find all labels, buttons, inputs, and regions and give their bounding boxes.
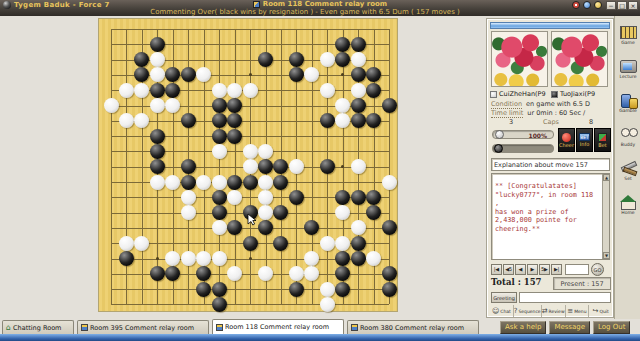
white-stone — [134, 236, 149, 251]
black-stone — [351, 67, 366, 82]
room-title: Room 118 Comment relay room — [263, 0, 387, 8]
white-stone — [119, 83, 134, 98]
white-stone — [351, 83, 366, 98]
chat-icon: ☺ — [492, 308, 499, 315]
star-point — [156, 257, 159, 260]
white-stone — [227, 190, 242, 205]
black-stone — [258, 159, 273, 174]
toolbar-gamble-button[interactable]: Gamble — [617, 88, 639, 118]
black-stone — [320, 113, 335, 128]
move-navigation: |◀ ◀5 ◀ ▶ 5▶ ▶| GO — [491, 263, 611, 275]
logout-button[interactable]: Log Out — [593, 321, 630, 334]
white-stone — [119, 236, 134, 251]
tab-room-395[interactable]: Room 395 Comment relay room — [77, 320, 209, 334]
bet-button[interactable]: Bet — [594, 128, 611, 152]
taskbar-strip — [0, 334, 640, 341]
game-info-panel: CuiZheHan(P9 TuoJiaxi(P9 Condition en ga… — [487, 19, 613, 317]
white-stone — [243, 144, 258, 159]
white-stone — [227, 83, 242, 98]
white-stone — [289, 159, 304, 174]
move-number-input[interactable] — [565, 264, 589, 275]
black-stone — [212, 282, 227, 297]
black-stone — [335, 37, 350, 52]
tab-room-380[interactable]: Room 380 Comment relay room — [347, 320, 479, 334]
black-stone — [366, 190, 381, 205]
black-stone — [150, 159, 165, 174]
star-point — [341, 165, 344, 168]
black-stone — [335, 52, 350, 67]
black-stone — [134, 67, 149, 82]
room-tab-icon — [216, 324, 223, 331]
black-stone — [351, 236, 366, 251]
present-move-box: Present : 157 — [553, 277, 611, 290]
black-stone — [212, 205, 227, 220]
black-stone — [304, 220, 319, 235]
black-stone — [382, 98, 397, 113]
grid-line — [389, 29, 390, 304]
black-stone — [366, 83, 381, 98]
white-stone — [212, 175, 227, 190]
white-stone — [243, 159, 258, 174]
black-stone — [351, 251, 366, 266]
black-stone — [289, 190, 304, 205]
white-stone — [212, 251, 227, 266]
white-stone — [366, 251, 381, 266]
prize-message: ** [Congratulatates] "lucky0777", in roo… — [495, 182, 601, 233]
white-stone — [181, 190, 196, 205]
minimize-button[interactable]: − — [606, 1, 616, 10]
black-stone — [382, 266, 397, 281]
black-stone — [273, 159, 288, 174]
jars-icon — [620, 94, 637, 107]
cheer-button[interactable]: Cheer — [558, 128, 575, 152]
menu-button[interactable]: ≡ Menu — [566, 305, 590, 317]
white-stone-icon — [490, 91, 497, 98]
black-stone — [382, 220, 397, 235]
condition-row: Condition en game with 6.5 D — [491, 100, 611, 109]
captures-black: 3 — [491, 118, 531, 127]
white-stone — [320, 52, 335, 67]
star-point — [341, 73, 344, 76]
sequence-icon: ? — [514, 308, 518, 315]
tv-icon — [620, 60, 637, 73]
bet-icon — [598, 133, 607, 142]
people-icon — [620, 128, 637, 141]
white-stone — [150, 67, 165, 82]
condition-value: en game with 6.5 D — [526, 100, 590, 108]
scroll-up-icon[interactable]: ▲ — [603, 174, 610, 181]
black-stone — [335, 266, 350, 281]
black-stone — [150, 37, 165, 52]
white-stone — [351, 52, 366, 67]
nav-back5-button[interactable]: ◀5 — [503, 264, 514, 275]
present-label: Present : — [560, 280, 589, 288]
home-tab-icon: ⌂ — [6, 324, 11, 332]
toolbar-set-button[interactable]: Set — [617, 156, 639, 186]
captures-row: 3 Caps 8 — [491, 118, 611, 127]
time-limit-row: Time limit ur 0min : 60 Sec / — [491, 109, 611, 118]
side-toolbar: Game Lecture Gamble Buddy Set Home — [614, 16, 640, 319]
black-stone — [212, 190, 227, 205]
white-stone — [258, 190, 273, 205]
black-stone — [258, 52, 273, 67]
black-stone — [258, 220, 273, 235]
tools-icon — [620, 162, 637, 175]
volume-slider-knob[interactable] — [495, 130, 504, 139]
quit-icon: ↪ — [593, 308, 599, 315]
white-stone — [212, 144, 227, 159]
white-player-name: CuiZheHan(P9 — [499, 90, 546, 98]
volume-slider[interactable]: 100% — [492, 130, 554, 139]
black-stone — [243, 175, 258, 190]
cheer-icon — [562, 133, 571, 142]
white-stone — [150, 98, 165, 113]
black-stone — [273, 236, 288, 251]
white-stone — [165, 98, 180, 113]
white-stone — [104, 98, 119, 113]
close-button[interactable]: × — [628, 1, 638, 10]
white-stone — [134, 113, 149, 128]
commentary-scrollbar[interactable]: ▲ ▼ — [602, 174, 609, 259]
black-stone — [181, 159, 196, 174]
black-stone-icon — [551, 91, 558, 98]
white-stone — [196, 251, 211, 266]
info-icon: BET — [579, 133, 590, 141]
white-stone — [335, 205, 350, 220]
black-stone — [227, 175, 242, 190]
white-stone — [212, 220, 227, 235]
nav-last-button[interactable]: ▶| — [551, 264, 562, 275]
white-stone — [258, 144, 273, 159]
black-stone — [227, 220, 242, 235]
move-count-row: Total : 157 Present : 157 — [491, 277, 611, 290]
white-stone — [150, 52, 165, 67]
black-stone — [289, 52, 304, 67]
black-stone — [165, 266, 180, 281]
black-stone — [212, 113, 227, 128]
white-stone — [119, 113, 134, 128]
message-button[interactable]: Message — [549, 321, 590, 334]
white-stone — [150, 175, 165, 190]
black-stone — [243, 236, 258, 251]
app-window: Tygem Baduk - Force 7 Room 118 Comment r… — [0, 0, 640, 341]
white-stone — [304, 67, 319, 82]
black-stone — [181, 175, 196, 190]
white-stone — [212, 83, 227, 98]
game-status-line: Commenting Over( black wins by resignati… — [0, 8, 610, 16]
black-stone — [150, 144, 165, 159]
panel-actions: ☺ Chat ? Sequence ⇄ Review ≡ Menu ↪ Quit — [490, 305, 612, 317]
tab-room-118[interactable]: Room 118 Comment relay room — [212, 319, 344, 334]
chat-button[interactable]: ☺ Chat — [490, 305, 514, 317]
black-stone — [351, 190, 366, 205]
total-value: 157 — [524, 277, 542, 287]
tab-chatting-room[interactable]: ⌂ Chatting Room — [2, 320, 74, 334]
toolbar-home-button[interactable]: Home — [617, 190, 639, 220]
white-player[interactable]: CuiZheHan(P9 — [490, 89, 551, 99]
black-stone — [320, 159, 335, 174]
black-stone — [165, 67, 180, 82]
sound-slider[interactable] — [492, 144, 554, 153]
black-stone — [181, 67, 196, 82]
nav-back-button[interactable]: ◀ — [515, 264, 526, 275]
nav-first-button[interactable]: |◀ — [491, 264, 502, 275]
greeting-input[interactable] — [519, 292, 611, 303]
black-stone — [150, 129, 165, 144]
white-stone — [196, 175, 211, 190]
white-stone — [351, 159, 366, 174]
quit-button[interactable]: ↪ Quit — [589, 305, 612, 317]
black-stone — [150, 83, 165, 98]
black-stone — [351, 98, 366, 113]
white-stone — [335, 98, 350, 113]
greeting-button[interactable]: Greeting — [491, 292, 517, 303]
black-stone — [212, 297, 227, 312]
time-limit-label: Time limit — [491, 109, 523, 118]
black-stone — [335, 282, 350, 297]
white-stone — [196, 67, 211, 82]
nav-forward5-button[interactable]: 5▶ — [539, 264, 550, 275]
black-stone — [351, 37, 366, 52]
black-stone — [382, 282, 397, 297]
black-stone — [165, 83, 180, 98]
present-value: 157 — [591, 280, 603, 288]
white-stone — [243, 83, 258, 98]
nav-forward-button[interactable]: ▶ — [527, 264, 538, 275]
commentary-box[interactable]: ** [Congratulatates] "lucky0777", in roo… — [491, 173, 610, 260]
sound-slider-knob[interactable] — [494, 144, 503, 153]
toolbar-lecture-button[interactable]: Lecture — [617, 54, 639, 84]
white-stone — [258, 266, 273, 281]
white-stone — [382, 175, 397, 190]
black-stone — [134, 52, 149, 67]
total-label: Total : — [491, 277, 521, 287]
black-stone — [227, 98, 242, 113]
go-board-icon — [620, 26, 637, 39]
star-point — [249, 73, 252, 76]
white-stone — [289, 266, 304, 281]
mouse-cursor-icon — [247, 211, 257, 230]
volume-value: 100% — [528, 132, 547, 139]
black-stone — [119, 251, 134, 266]
white-player-avatar — [491, 31, 548, 87]
info-button[interactable]: BET Info — [576, 128, 593, 152]
menu-icon: ≡ — [567, 308, 573, 315]
black-stone — [335, 251, 350, 266]
black-stone — [181, 113, 196, 128]
room-tab-icon — [81, 324, 88, 331]
toolbar-buddy-button[interactable]: Buddy — [617, 122, 639, 152]
white-stone — [304, 251, 319, 266]
go-board[interactable] — [98, 18, 398, 312]
room-tabs: ⌂ Chatting Room Room 395 Comment relay r… — [0, 319, 487, 334]
white-stone — [181, 251, 196, 266]
black-stone — [196, 282, 211, 297]
black-stone — [351, 113, 366, 128]
tray-icon-yellow[interactable] — [594, 1, 602, 9]
title-bar[interactable]: Tygem Baduk - Force 7 Room 118 Comment r… — [0, 0, 640, 16]
black-stone — [227, 129, 242, 144]
black-stone — [273, 205, 288, 220]
black-stone — [212, 98, 227, 113]
white-stone — [351, 220, 366, 235]
room-icon — [253, 1, 260, 8]
black-stone — [273, 175, 288, 190]
black-stone — [212, 129, 227, 144]
room-tab-icon — [351, 324, 358, 331]
move-explanation-box[interactable]: Explanation about move 157 — [491, 158, 610, 171]
black-stone — [335, 190, 350, 205]
white-stone — [258, 205, 273, 220]
black-player[interactable]: TuoJiaxi(P9 — [551, 89, 612, 99]
black-stone — [227, 113, 242, 128]
star-point — [249, 257, 252, 260]
panel-header-bar — [490, 22, 610, 29]
toolbar-game-button[interactable]: Game — [617, 20, 639, 50]
white-stone — [320, 83, 335, 98]
scroll-down-icon[interactable]: ▼ — [603, 252, 610, 259]
black-stone — [150, 266, 165, 281]
review-icon: ⇄ — [542, 308, 548, 315]
white-stone — [165, 175, 180, 190]
white-stone — [320, 297, 335, 312]
black-stone — [366, 205, 381, 220]
black-stone — [366, 67, 381, 82]
white-stone — [335, 236, 350, 251]
grid-line — [111, 304, 389, 305]
time-limit-value: ur 0min : 60 Sec / — [527, 109, 585, 117]
white-stone — [181, 205, 196, 220]
black-player-name: TuoJiaxi(P9 — [560, 90, 595, 98]
tray-icon-red[interactable] — [572, 1, 580, 9]
black-stone — [196, 266, 211, 281]
captures-white: 8 — [571, 118, 611, 127]
white-stone — [134, 83, 149, 98]
tray-icon-blue[interactable] — [583, 1, 591, 9]
white-stone — [165, 251, 180, 266]
white-stone — [227, 266, 242, 281]
white-stone — [304, 266, 319, 281]
go-to-move-button[interactable]: GO — [591, 263, 604, 276]
black-stone — [289, 67, 304, 82]
condition-label: Condition — [491, 100, 522, 109]
house-icon — [620, 196, 637, 209]
review-button[interactable]: ⇄ Review — [542, 305, 566, 317]
captures-label: Caps — [531, 118, 571, 127]
sequence-button[interactable]: ? Sequence — [514, 305, 542, 317]
black-player-avatar — [551, 31, 608, 87]
white-stone — [258, 175, 273, 190]
black-stone — [289, 282, 304, 297]
black-stone — [366, 113, 381, 128]
white-stone — [320, 236, 335, 251]
maximize-button[interactable]: □ — [617, 1, 627, 10]
white-stone — [335, 113, 350, 128]
ask-help-button[interactable]: Ask a help — [500, 321, 546, 334]
white-stone — [320, 282, 335, 297]
